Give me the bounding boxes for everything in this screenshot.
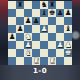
square-f3[interactable] xyxy=(48,41,56,49)
square-g5[interactable] xyxy=(56,25,64,33)
square-b7[interactable] xyxy=(16,9,24,17)
piece-white-king: ♚ xyxy=(64,49,72,57)
square-d1[interactable]: ♜ xyxy=(32,57,40,65)
square-f1[interactable]: ♜ xyxy=(48,57,56,65)
square-c1[interactable] xyxy=(24,57,32,65)
square-a7[interactable] xyxy=(8,9,16,17)
square-a8[interactable] xyxy=(8,1,16,9)
square-g7[interactable]: ♟ xyxy=(56,9,64,17)
square-e4[interactable] xyxy=(40,33,48,41)
square-f5[interactable] xyxy=(48,25,56,33)
square-g2[interactable] xyxy=(56,49,64,57)
square-c6[interactable]: ♟ xyxy=(24,17,32,25)
square-g3[interactable]: ♟ xyxy=(56,41,64,49)
piece-black-pawn: ♟ xyxy=(8,33,16,41)
square-f6[interactable] xyxy=(48,17,56,25)
piece-white-bishop: ♝ xyxy=(24,49,32,57)
square-d4[interactable] xyxy=(32,33,40,41)
square-d6[interactable]: ♟ xyxy=(32,17,40,25)
square-b8[interactable]: ♜ xyxy=(16,1,24,9)
piece-black-bishop: ♝ xyxy=(64,25,72,33)
square-h1[interactable] xyxy=(64,57,72,65)
square-e1[interactable] xyxy=(40,57,48,65)
square-e5[interactable]: ♟ xyxy=(40,25,48,33)
square-b3[interactable] xyxy=(16,41,24,49)
game-result-label: 1-0 xyxy=(0,65,80,77)
result-bar: 1-0 xyxy=(0,65,80,80)
square-c2[interactable]: ♝ xyxy=(24,49,32,57)
piece-black-pawn: ♟ xyxy=(56,9,64,17)
piece-black-pawn: ♟ xyxy=(64,9,72,17)
piece-black-rook: ♜ xyxy=(16,1,24,9)
piece-black-pawn: ♟ xyxy=(24,17,32,25)
piece-black-pawn: ♟ xyxy=(16,25,24,33)
square-h5[interactable]: ♝ xyxy=(64,25,72,33)
square-a6[interactable] xyxy=(8,17,16,25)
square-g6[interactable] xyxy=(56,17,64,25)
square-h2[interactable]: ♚ xyxy=(64,49,72,57)
piece-white-pawn: ♟ xyxy=(40,25,48,33)
piece-black-king: ♚ xyxy=(48,9,56,17)
square-a4[interactable]: ♟ xyxy=(8,33,16,41)
square-f4[interactable] xyxy=(48,33,56,41)
square-d5[interactable] xyxy=(32,25,40,33)
square-e7[interactable]: ♝ xyxy=(40,9,48,17)
square-d3[interactable] xyxy=(32,41,40,49)
square-a2[interactable] xyxy=(8,49,16,57)
chess-board[interactable]: ♜♞♜♝♚♟♟♟♟♟♟♝♟♞♟♟♟♝♚♜♜ xyxy=(8,1,72,65)
square-d8[interactable] xyxy=(32,1,40,9)
square-a1[interactable] xyxy=(8,57,16,65)
square-b5[interactable]: ♟ xyxy=(16,25,24,33)
square-e3[interactable] xyxy=(40,41,48,49)
square-b2[interactable] xyxy=(16,49,24,57)
square-c8[interactable] xyxy=(24,1,32,9)
square-b1[interactable] xyxy=(16,57,24,65)
square-g1[interactable] xyxy=(56,57,64,65)
square-e2[interactable] xyxy=(40,49,48,57)
piece-white-pawn: ♟ xyxy=(56,41,64,49)
square-h7[interactable]: ♟ xyxy=(64,9,72,17)
piece-black-pawn: ♟ xyxy=(32,17,40,25)
piece-black-bishop: ♝ xyxy=(40,9,48,17)
piece-white-rook: ♜ xyxy=(48,57,56,65)
piece-white-rook: ♜ xyxy=(32,57,40,65)
square-b4[interactable] xyxy=(16,33,24,41)
square-f7[interactable]: ♚ xyxy=(48,9,56,17)
square-a3[interactable] xyxy=(8,41,16,49)
